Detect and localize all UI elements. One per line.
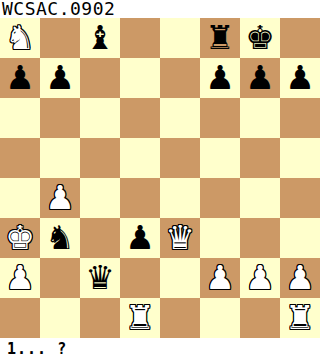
square-e3[interactable]: ♛ — [160, 218, 200, 258]
white-queen: ♛ — [160, 218, 200, 258]
square-g8[interactable]: ♚ — [240, 18, 280, 58]
white-rook: ♜ — [120, 298, 160, 338]
white-knight: ♞ — [0, 18, 40, 58]
square-g2[interactable]: ♟ — [240, 258, 280, 298]
square-f1[interactable] — [200, 298, 240, 338]
square-f2[interactable]: ♟ — [200, 258, 240, 298]
square-g7[interactable]: ♟ — [240, 58, 280, 98]
square-a8[interactable]: ♞ — [0, 18, 40, 58]
black-pawn: ♟ — [280, 58, 320, 98]
square-c4[interactable] — [80, 178, 120, 218]
square-c5[interactable] — [80, 138, 120, 178]
square-e1[interactable] — [160, 298, 200, 338]
black-pawn: ♟ — [40, 58, 80, 98]
square-a5[interactable] — [0, 138, 40, 178]
square-h1[interactable]: ♜ — [280, 298, 320, 338]
square-b2[interactable] — [40, 258, 80, 298]
square-b1[interactable] — [40, 298, 80, 338]
square-e8[interactable] — [160, 18, 200, 58]
square-e4[interactable] — [160, 178, 200, 218]
square-c3[interactable] — [80, 218, 120, 258]
square-a4[interactable] — [0, 178, 40, 218]
square-d8[interactable] — [120, 18, 160, 58]
square-h2[interactable]: ♟ — [280, 258, 320, 298]
square-h4[interactable] — [280, 178, 320, 218]
square-g1[interactable] — [240, 298, 280, 338]
square-e6[interactable] — [160, 98, 200, 138]
square-g4[interactable] — [240, 178, 280, 218]
square-h5[interactable] — [280, 138, 320, 178]
square-b4[interactable]: ♟ — [40, 178, 80, 218]
square-h3[interactable] — [280, 218, 320, 258]
black-queen: ♛ — [80, 258, 120, 298]
square-d5[interactable] — [120, 138, 160, 178]
square-d2[interactable] — [120, 258, 160, 298]
square-d7[interactable] — [120, 58, 160, 98]
black-pawn: ♟ — [240, 58, 280, 98]
square-a6[interactable] — [0, 98, 40, 138]
move-prompt: 1... ? — [7, 340, 67, 358]
square-h7[interactable]: ♟ — [280, 58, 320, 98]
square-b6[interactable] — [40, 98, 80, 138]
white-pawn: ♟ — [240, 258, 280, 298]
square-d3[interactable]: ♟ — [120, 218, 160, 258]
square-a2[interactable]: ♟ — [0, 258, 40, 298]
white-king: ♚ — [0, 218, 40, 258]
white-pawn: ♟ — [0, 258, 40, 298]
white-pawn: ♟ — [200, 258, 240, 298]
square-h8[interactable] — [280, 18, 320, 58]
black-rook: ♜ — [200, 18, 240, 58]
square-g5[interactable] — [240, 138, 280, 178]
square-f3[interactable] — [200, 218, 240, 258]
title-bar: WCSAC.0902 — [0, 0, 320, 18]
square-e2[interactable] — [160, 258, 200, 298]
square-c6[interactable] — [80, 98, 120, 138]
square-f4[interactable] — [200, 178, 240, 218]
black-king: ♚ — [240, 18, 280, 58]
square-d4[interactable] — [120, 178, 160, 218]
square-f7[interactable]: ♟ — [200, 58, 240, 98]
white-pawn: ♟ — [40, 178, 80, 218]
black-pawn: ♟ — [0, 58, 40, 98]
black-pawn: ♟ — [120, 218, 160, 258]
square-d6[interactable] — [120, 98, 160, 138]
square-b7[interactable]: ♟ — [40, 58, 80, 98]
square-c8[interactable]: ♝ — [80, 18, 120, 58]
black-pawn: ♟ — [200, 58, 240, 98]
square-f5[interactable] — [200, 138, 240, 178]
black-knight: ♞ — [40, 218, 80, 258]
status-bar: 1... ? — [0, 338, 320, 360]
square-b5[interactable] — [40, 138, 80, 178]
square-c7[interactable] — [80, 58, 120, 98]
square-c2[interactable]: ♛ — [80, 258, 120, 298]
white-pawn: ♟ — [280, 258, 320, 298]
square-a7[interactable]: ♟ — [0, 58, 40, 98]
square-c1[interactable] — [80, 298, 120, 338]
chess-board: ♞♝♜♚♟♟♟♟♟♟♚♞♟♛♟♛♟♟♟♜♜ — [0, 18, 320, 338]
black-bishop: ♝ — [80, 18, 120, 58]
square-e7[interactable] — [160, 58, 200, 98]
square-h6[interactable] — [280, 98, 320, 138]
square-d1[interactable]: ♜ — [120, 298, 160, 338]
square-g3[interactable] — [240, 218, 280, 258]
square-b3[interactable]: ♞ — [40, 218, 80, 258]
white-rook: ♜ — [280, 298, 320, 338]
square-f8[interactable]: ♜ — [200, 18, 240, 58]
square-g6[interactable] — [240, 98, 280, 138]
square-a3[interactable]: ♚ — [0, 218, 40, 258]
square-f6[interactable] — [200, 98, 240, 138]
chess-app: WCSAC.0902 ♞♝♜♚♟♟♟♟♟♟♚♞♟♛♟♛♟♟♟♜♜ 1... ? — [0, 0, 320, 360]
page-title: WCSAC.0902 — [2, 0, 115, 19]
square-a1[interactable] — [0, 298, 40, 338]
square-b8[interactable] — [40, 18, 80, 58]
square-e5[interactable] — [160, 138, 200, 178]
